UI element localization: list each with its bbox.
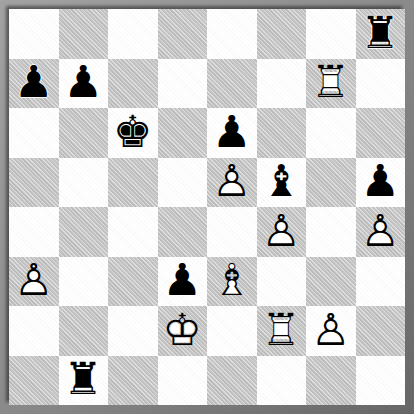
square-f2[interactable]: ♜♖	[257, 306, 307, 356]
square-d7[interactable]	[158, 59, 208, 109]
black-rook-b1[interactable]: ♜	[59, 356, 109, 406]
chess-board: ♜♟♟♜♖♚♟♟♙♝♟♟♙♟♙♟♙♟♝♗♚♔♜♖♟♙♜	[9, 9, 405, 405]
square-h7[interactable]	[356, 59, 406, 109]
square-h5[interactable]: ♟	[356, 158, 406, 208]
black-piece-glyph: ♟	[64, 60, 103, 104]
white-piece-outline-glyph: ♙	[212, 159, 251, 203]
square-c5[interactable]	[108, 158, 158, 208]
square-d4[interactable]	[158, 207, 208, 257]
square-h6[interactable]	[356, 108, 406, 158]
square-g8[interactable]	[306, 9, 356, 59]
square-d6[interactable]	[158, 108, 208, 158]
square-g3[interactable]	[306, 257, 356, 307]
square-a3[interactable]: ♟♙	[9, 257, 59, 307]
square-h4[interactable]: ♟♙	[356, 207, 406, 257]
square-c2[interactable]	[108, 306, 158, 356]
black-piece-glyph: ♜	[64, 357, 103, 401]
square-f1[interactable]	[257, 356, 307, 406]
square-a1[interactable]	[9, 356, 59, 406]
white-piece-outline-glyph: ♙	[14, 258, 53, 302]
white-bishop-e3[interactable]: ♝♗	[207, 257, 257, 307]
square-f3[interactable]	[257, 257, 307, 307]
white-pawn-g2[interactable]: ♟♙	[306, 306, 356, 356]
square-f4[interactable]: ♟♙	[257, 207, 307, 257]
white-piece-outline-glyph: ♙	[262, 208, 301, 252]
white-piece-outline-glyph: ♔	[163, 307, 202, 351]
white-piece-outline-glyph: ♖	[311, 60, 350, 104]
black-pawn-h5[interactable]: ♟	[356, 158, 406, 208]
square-c6[interactable]: ♚	[108, 108, 158, 158]
white-pawn-f4[interactable]: ♟♙	[257, 207, 307, 257]
square-e3[interactable]: ♝♗	[207, 257, 257, 307]
square-f6[interactable]	[257, 108, 307, 158]
square-g7[interactable]: ♜♖	[306, 59, 356, 109]
square-g2[interactable]: ♟♙	[306, 306, 356, 356]
square-d5[interactable]	[158, 158, 208, 208]
black-pawn-a7[interactable]: ♟	[9, 59, 59, 109]
square-b2[interactable]	[59, 306, 109, 356]
white-rook-f2[interactable]: ♜♖	[257, 306, 307, 356]
square-a6[interactable]	[9, 108, 59, 158]
black-king-c6[interactable]: ♚	[108, 108, 158, 158]
square-d8[interactable]	[158, 9, 208, 59]
black-piece-glyph: ♟	[212, 109, 251, 153]
square-e2[interactable]	[207, 306, 257, 356]
black-pawn-e6[interactable]: ♟	[207, 108, 257, 158]
square-d1[interactable]	[158, 356, 208, 406]
square-g6[interactable]	[306, 108, 356, 158]
white-piece-outline-glyph: ♖	[262, 307, 301, 351]
white-piece-outline-glyph: ♙	[361, 208, 400, 252]
black-piece-glyph: ♟	[163, 258, 202, 302]
square-a7[interactable]: ♟	[9, 59, 59, 109]
white-rook-g7[interactable]: ♜♖	[306, 59, 356, 109]
square-e8[interactable]	[207, 9, 257, 59]
black-rook-h8[interactable]: ♜	[356, 9, 406, 59]
square-f7[interactable]	[257, 59, 307, 109]
white-pawn-e5[interactable]: ♟♙	[207, 158, 257, 208]
black-piece-glyph: ♚	[113, 109, 152, 153]
square-b3[interactable]	[59, 257, 109, 307]
square-e6[interactable]: ♟	[207, 108, 257, 158]
square-a5[interactable]	[9, 158, 59, 208]
square-f8[interactable]	[257, 9, 307, 59]
black-piece-glyph: ♜	[361, 10, 400, 54]
black-pawn-b7[interactable]: ♟	[59, 59, 109, 109]
square-d2[interactable]: ♚♔	[158, 306, 208, 356]
board-frame: ♜♟♟♜♖♚♟♟♙♝♟♟♙♟♙♟♙♟♝♗♚♔♜♖♟♙♜	[0, 0, 414, 414]
square-a8[interactable]	[9, 9, 59, 59]
square-b8[interactable]	[59, 9, 109, 59]
square-b5[interactable]	[59, 158, 109, 208]
square-b1[interactable]: ♜	[59, 356, 109, 406]
square-g5[interactable]	[306, 158, 356, 208]
square-c7[interactable]	[108, 59, 158, 109]
square-e7[interactable]	[207, 59, 257, 109]
black-piece-glyph: ♝	[262, 159, 301, 203]
white-king-d2[interactable]: ♚♔	[158, 306, 208, 356]
square-c8[interactable]	[108, 9, 158, 59]
square-e5[interactable]: ♟♙	[207, 158, 257, 208]
square-e4[interactable]	[207, 207, 257, 257]
white-piece-outline-glyph: ♙	[311, 307, 350, 351]
white-piece-outline-glyph: ♗	[212, 258, 251, 302]
square-e1[interactable]	[207, 356, 257, 406]
square-h2[interactable]	[356, 306, 406, 356]
square-h8[interactable]: ♜	[356, 9, 406, 59]
black-piece-glyph: ♟	[361, 159, 400, 203]
square-b7[interactable]: ♟	[59, 59, 109, 109]
square-a2[interactable]	[9, 306, 59, 356]
square-g1[interactable]	[306, 356, 356, 406]
white-pawn-a3[interactable]: ♟♙	[9, 257, 59, 307]
square-d3[interactable]: ♟	[158, 257, 208, 307]
square-a4[interactable]	[9, 207, 59, 257]
black-bishop-f5[interactable]: ♝	[257, 158, 307, 208]
square-b6[interactable]	[59, 108, 109, 158]
square-f5[interactable]: ♝	[257, 158, 307, 208]
square-c4[interactable]	[108, 207, 158, 257]
black-pawn-d3[interactable]: ♟	[158, 257, 208, 307]
white-pawn-h4[interactable]: ♟♙	[356, 207, 406, 257]
square-c3[interactable]	[108, 257, 158, 307]
square-c1[interactable]	[108, 356, 158, 406]
square-h3[interactable]	[356, 257, 406, 307]
black-piece-glyph: ♟	[14, 60, 53, 104]
square-b4[interactable]	[59, 207, 109, 257]
square-h1[interactable]	[356, 356, 406, 406]
square-g4[interactable]	[306, 207, 356, 257]
